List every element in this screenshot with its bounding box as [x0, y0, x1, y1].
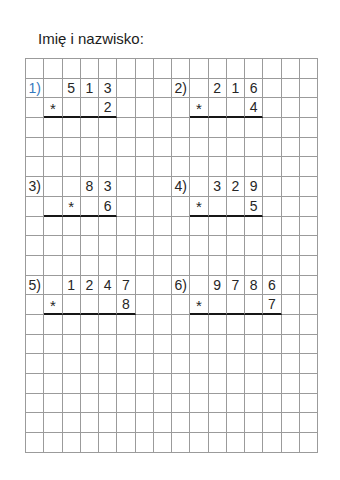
grid-cell: [63, 413, 81, 433]
grid-cell: [300, 315, 318, 335]
answer-line-cell: [227, 197, 245, 217]
digit-cell: 4: [245, 98, 263, 118]
grid-cell: [117, 315, 135, 335]
grid-cell: [190, 138, 208, 158]
grid-cell: [227, 413, 245, 433]
grid-cell: [99, 315, 117, 335]
grid-cell: [190, 394, 208, 414]
grid-cell: [63, 433, 81, 453]
digit-cell: 7: [117, 276, 135, 296]
grid-cell: [136, 217, 154, 237]
problem-label: 5): [26, 276, 44, 296]
grid-cell: [172, 374, 190, 394]
grid-cell: [63, 217, 81, 237]
grid-cell: [26, 394, 44, 414]
answer-line-cell: [209, 197, 227, 217]
grid-cell: [245, 413, 263, 433]
grid-cell: [300, 335, 318, 355]
grid-cell: [154, 413, 172, 433]
digit-text: 8: [122, 296, 130, 312]
digit-cell: 9: [209, 276, 227, 296]
grid-cell: [117, 177, 135, 197]
grid-cell: [282, 177, 300, 197]
grid-cell: [44, 157, 62, 177]
grid-cell: [282, 374, 300, 394]
grid-cell: [117, 79, 135, 99]
grid-cell: [44, 276, 62, 296]
grid-cell: [209, 236, 227, 256]
grid-cell: [63, 335, 81, 355]
grid-cell: [81, 157, 99, 177]
multiplication-sign: *: [196, 297, 202, 314]
grid-cell: [227, 138, 245, 158]
digit-cell: 2: [99, 98, 117, 118]
digit-cell: 1: [81, 79, 99, 99]
grid-cell: [282, 335, 300, 355]
grid-cell: [44, 374, 62, 394]
grid-cell: [99, 335, 117, 355]
problem-label-text: 2): [174, 80, 186, 96]
grid-cell: [300, 79, 318, 99]
digit-text: 6: [250, 80, 258, 96]
grid-cell: [209, 374, 227, 394]
grid-cell: [282, 236, 300, 256]
digit-text: 4: [250, 99, 258, 115]
grid-cell: [245, 236, 263, 256]
grid-cell: [26, 315, 44, 335]
grid-cell: [209, 59, 227, 79]
grid-cell: [99, 413, 117, 433]
grid-cell: [282, 295, 300, 315]
grid-cell: [154, 217, 172, 237]
grid-cell: [227, 118, 245, 138]
grid-cell: [190, 236, 208, 256]
grid-cell: [99, 157, 117, 177]
multiplication-sign: *: [196, 198, 202, 215]
grid-cell: [136, 59, 154, 79]
answer-line-cell: [227, 295, 245, 315]
grid-cell: [209, 413, 227, 433]
digit-text: 5: [250, 198, 258, 214]
grid-cell: [300, 197, 318, 217]
grid-cell: [63, 354, 81, 374]
problem-label: 6): [172, 276, 190, 296]
grid-cell: [282, 433, 300, 453]
grid-cell: [172, 236, 190, 256]
answer-line-cell: [63, 295, 81, 315]
grid-cell: [263, 354, 281, 374]
grid-cell: [227, 335, 245, 355]
grid-cell: [172, 98, 190, 118]
grid-cell: [154, 157, 172, 177]
grid-cell: [190, 413, 208, 433]
grid-cell: [227, 256, 245, 276]
digit-text: 7: [122, 277, 130, 293]
grid-cell: [136, 374, 154, 394]
grid-cell: [26, 256, 44, 276]
grid-cell: [172, 217, 190, 237]
digit-text: 4: [104, 277, 112, 293]
grid-cell: [190, 59, 208, 79]
grid-cell: [63, 236, 81, 256]
grid-cell: [190, 335, 208, 355]
grid-cell: [136, 118, 154, 138]
grid-cell: [44, 118, 62, 138]
grid-cell: [81, 413, 99, 433]
grid-cell: [282, 98, 300, 118]
grid-cell: [44, 59, 62, 79]
grid-cell: [26, 374, 44, 394]
grid-cell: [190, 118, 208, 138]
digit-text: 3: [104, 178, 112, 194]
grid-cell: [117, 138, 135, 158]
grid-cell: [81, 433, 99, 453]
grid-cell: [26, 335, 44, 355]
digit-cell: 9: [245, 177, 263, 197]
grid-cell: [81, 217, 99, 237]
grid-cell: [26, 413, 44, 433]
grid-cell: [81, 59, 99, 79]
grid-cell: [300, 413, 318, 433]
grid-cell: [154, 433, 172, 453]
grid-cell: [117, 157, 135, 177]
grid-cell: [245, 217, 263, 237]
multiplication-sign-cell: *: [190, 295, 208, 315]
digit-text: 3: [104, 80, 112, 96]
digit-cell: 1: [63, 276, 81, 296]
digit-cell: 3: [99, 79, 117, 99]
grid-cell: [263, 413, 281, 433]
digit-text: 2: [213, 80, 221, 96]
grid-cell: [190, 354, 208, 374]
grid-cell: [227, 157, 245, 177]
grid-cell: [154, 276, 172, 296]
grid-cell: [227, 315, 245, 335]
grid-cell: [117, 236, 135, 256]
grid-cell: [300, 217, 318, 237]
grid-cell: [263, 138, 281, 158]
grid-cell: [26, 197, 44, 217]
grid-cell: [245, 59, 263, 79]
grid-cell: [190, 433, 208, 453]
grid-cell: [245, 354, 263, 374]
digit-cell: 1: [227, 79, 245, 99]
answer-line-cell: [209, 98, 227, 118]
grid-cell: [209, 335, 227, 355]
grid-cell: [282, 59, 300, 79]
multiplication-sign-cell: *: [63, 197, 81, 217]
digit-cell: 8: [81, 177, 99, 197]
digit-cell: 7: [227, 276, 245, 296]
grid-cell: [300, 295, 318, 315]
grid-cell: [209, 256, 227, 276]
grid-cell: [245, 118, 263, 138]
digit-text: 7: [231, 277, 239, 293]
grid-cell: [63, 315, 81, 335]
digit-cell: 7: [263, 295, 281, 315]
grid-cell: [300, 138, 318, 158]
grid-cell: [154, 295, 172, 315]
grid-cell: [81, 118, 99, 138]
digit-text: 3: [213, 178, 221, 194]
problem-label: 4): [172, 177, 190, 197]
problem-label-text: 4): [174, 178, 186, 194]
multiplication-sign-cell: *: [44, 295, 62, 315]
grid-cell: [190, 315, 208, 335]
grid-cell: [300, 59, 318, 79]
grid-cell: [172, 256, 190, 276]
problem-label-text: 3): [28, 178, 40, 194]
grid-cell: [136, 315, 154, 335]
answer-line-cell: [81, 197, 99, 217]
digit-text: 1: [231, 80, 239, 96]
grid-cell: [209, 433, 227, 453]
grid-cell: [263, 374, 281, 394]
problem-label-text: 1): [28, 80, 40, 96]
answer-line-cell: [63, 98, 81, 118]
digit-cell: 8: [117, 295, 135, 315]
digit-text: 9: [213, 277, 221, 293]
grid-cell: [282, 217, 300, 237]
multiplication-sign: *: [68, 198, 74, 215]
grid-cell: [26, 354, 44, 374]
grid-cell: [63, 256, 81, 276]
grid-cell: [282, 276, 300, 296]
grid-cell: [26, 295, 44, 315]
digit-text: 2: [104, 99, 112, 115]
grid-cell: [26, 59, 44, 79]
grid-cell: [117, 256, 135, 276]
grid-cell: [44, 79, 62, 99]
grid-cell: [263, 315, 281, 335]
grid-cell: [209, 118, 227, 138]
grid-cell: [282, 394, 300, 414]
grid-cell: [209, 217, 227, 237]
grid-cell: [300, 354, 318, 374]
grid-cell: [282, 157, 300, 177]
grid-cell: [263, 98, 281, 118]
grid-cell: [172, 118, 190, 138]
problem-label: 2): [172, 79, 190, 99]
grid-cell: [99, 256, 117, 276]
grid-cell: [245, 315, 263, 335]
grid-cell: [172, 197, 190, 217]
grid-cell: [300, 236, 318, 256]
grid-cell: [26, 98, 44, 118]
grid-cell: [263, 79, 281, 99]
grid-cell: [245, 157, 263, 177]
grid-cell: [81, 335, 99, 355]
grid-cell: [154, 394, 172, 414]
grid-cell: [282, 79, 300, 99]
grid-cell: [282, 138, 300, 158]
grid-cell: [227, 374, 245, 394]
grid-cell: [81, 394, 99, 414]
grid-cell: [117, 354, 135, 374]
grid-cell: [154, 138, 172, 158]
grid-cell: [26, 138, 44, 158]
digit-text: 2: [85, 277, 93, 293]
grid-cell: [154, 59, 172, 79]
grid-cell: [172, 354, 190, 374]
grid-cell: [81, 256, 99, 276]
grid-cell: [26, 118, 44, 138]
grid-cell: [26, 217, 44, 237]
grid-cell: [99, 118, 117, 138]
digit-cell: 2: [227, 177, 245, 197]
digit-text: 6: [104, 198, 112, 214]
grid-cell: [44, 177, 62, 197]
digit-cell: 5: [245, 197, 263, 217]
problem-label: 1): [26, 79, 44, 99]
grid-cell: [63, 59, 81, 79]
grid-cell: [300, 157, 318, 177]
grid-cell: [172, 295, 190, 315]
grid-cell: [154, 177, 172, 197]
name-surname-label: Imię i nazwisko:: [38, 29, 144, 48]
grid-cell: [81, 354, 99, 374]
grid-cell: [117, 98, 135, 118]
digit-text: 7: [268, 296, 276, 312]
grid-cell: [44, 335, 62, 355]
problem-label-text: 5): [28, 277, 40, 293]
digit-text: 6: [268, 277, 276, 293]
answer-line-cell: [81, 295, 99, 315]
digit-cell: 5: [63, 79, 81, 99]
grid-cell: [282, 413, 300, 433]
grid-cell: [263, 335, 281, 355]
digit-cell: 6: [245, 79, 263, 99]
grid-cell: [99, 433, 117, 453]
grid-cell: [136, 236, 154, 256]
grid-cell: [245, 256, 263, 276]
digit-text: 1: [67, 277, 75, 293]
grid-cell: [300, 177, 318, 197]
multiplication-sign: *: [50, 297, 56, 314]
digit-cell: 2: [209, 79, 227, 99]
digit-cell: 6: [263, 276, 281, 296]
grid-cell: [136, 354, 154, 374]
grid-cell: [190, 217, 208, 237]
grid-cell: [136, 197, 154, 217]
multiplication-sign: *: [50, 100, 56, 117]
grid-cell: [227, 217, 245, 237]
grid-cell: [190, 374, 208, 394]
problem-label-text: 6): [174, 277, 186, 293]
grid-cell: [154, 118, 172, 138]
grid-cell: [300, 433, 318, 453]
grid-cell: [172, 335, 190, 355]
grid-cell: [245, 374, 263, 394]
grid-cell: [63, 374, 81, 394]
grid-cell: [99, 394, 117, 414]
answer-line-cell: [99, 295, 117, 315]
grid-cell: [172, 394, 190, 414]
multiplication-sign: *: [196, 100, 202, 117]
grid-cell: [263, 197, 281, 217]
grid-cell: [154, 335, 172, 355]
digit-cell: 2: [81, 276, 99, 296]
grid-cell: [282, 197, 300, 217]
grid-cell: [263, 236, 281, 256]
grid-cell: [245, 138, 263, 158]
grid-cell: [263, 394, 281, 414]
grid-cell: [227, 433, 245, 453]
grid-cell: [99, 138, 117, 158]
digit-cell: 8: [245, 276, 263, 296]
digit-text: 2: [231, 178, 239, 194]
grid-cell: [136, 335, 154, 355]
grid-cell: [154, 256, 172, 276]
grid-cell: [300, 276, 318, 296]
grid-cell: [81, 138, 99, 158]
grid-cell: [263, 59, 281, 79]
grid-cell: [172, 157, 190, 177]
grid-cell: [136, 413, 154, 433]
answer-line-cell: [44, 197, 62, 217]
grid-cell: [99, 374, 117, 394]
answer-line-cell: [209, 295, 227, 315]
digit-text: 1: [85, 80, 93, 96]
grid-cell: [136, 276, 154, 296]
grid-cell: [81, 236, 99, 256]
grid-cell: [300, 256, 318, 276]
grid-cell: [172, 59, 190, 79]
grid-cell: [44, 394, 62, 414]
grid-cell: [44, 315, 62, 335]
grid-cell: [117, 413, 135, 433]
grid-cell: [227, 59, 245, 79]
digit-text: 8: [85, 178, 93, 194]
grid-cell: [154, 315, 172, 335]
grid-cell: [136, 98, 154, 118]
grid-cell: [190, 79, 208, 99]
digit-cell: 6: [99, 197, 117, 217]
grid-cell: [26, 157, 44, 177]
grid-cell: [190, 276, 208, 296]
grid-cell: [44, 256, 62, 276]
multiplication-sign-cell: *: [190, 197, 208, 217]
grid-cell: [282, 315, 300, 335]
grid-cell: [263, 118, 281, 138]
grid-cell: [172, 413, 190, 433]
grid-cell: [263, 177, 281, 197]
grid-cell: [227, 354, 245, 374]
grid-cell: [136, 394, 154, 414]
grid-cell: [300, 394, 318, 414]
grid-cell: [154, 236, 172, 256]
grid-cell: [154, 354, 172, 374]
grid-cell: [245, 394, 263, 414]
grid-cell: [209, 394, 227, 414]
grid-cell: [209, 157, 227, 177]
grid-cell: [154, 374, 172, 394]
problem-label: 3): [26, 177, 44, 197]
grid-cell: [136, 433, 154, 453]
grid-cell: [44, 236, 62, 256]
grid-cell: [117, 59, 135, 79]
grid-cell: [117, 197, 135, 217]
grid-cell: [154, 79, 172, 99]
digit-text: 5: [67, 80, 75, 96]
grid-cell: [245, 335, 263, 355]
grid-cell: [117, 217, 135, 237]
grid-cell: [44, 217, 62, 237]
grid-cell: [99, 217, 117, 237]
grid-cell: [263, 433, 281, 453]
answer-line-cell: [245, 295, 263, 315]
worksheet-grid: 1)5132)216*2*43)834)329*6*55)12476)9786*…: [25, 58, 318, 453]
